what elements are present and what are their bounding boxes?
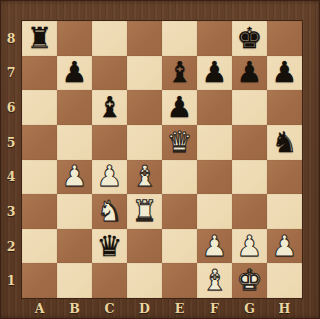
file-label-a: A [22, 298, 57, 319]
rank-label-7: 7 [0, 56, 22, 91]
rank-label-3: 3 [0, 194, 22, 229]
file-label-g: G [232, 298, 267, 319]
piece-white-pawn-b4: ♟ [57, 160, 92, 195]
piece-white-knight-c3: ♞ [92, 194, 127, 229]
square-d4: ♝ [127, 160, 162, 195]
piece-white-rook-d3: ♜ [127, 194, 162, 229]
file-label-f: F [197, 298, 232, 319]
square-a5 [22, 125, 57, 160]
square-f8 [197, 21, 232, 56]
square-a4 [22, 160, 57, 195]
piece-white-pawn-g2: ♟ [232, 229, 267, 264]
piece-white-bishop-d4: ♝ [127, 160, 162, 195]
square-e3 [162, 194, 197, 229]
square-c8 [92, 21, 127, 56]
square-c1 [92, 263, 127, 298]
square-c2: ♛ [92, 229, 127, 264]
square-d6 [127, 90, 162, 125]
chess-board-diagram: 87654321 ABCDEFGH ♜♚♟♝♟♟♟♝♟♛♞♟♟♝♞♜♛♟♟♟♝♚ [0, 0, 320, 319]
square-e7: ♝ [162, 56, 197, 91]
square-a1 [22, 263, 57, 298]
piece-black-pawn-e6: ♟ [162, 90, 197, 125]
piece-white-bishop-f1: ♝ [197, 263, 232, 298]
square-e1 [162, 263, 197, 298]
square-d1 [127, 263, 162, 298]
square-f1: ♝ [197, 263, 232, 298]
square-g4 [232, 160, 267, 195]
square-b4: ♟ [57, 160, 92, 195]
square-h2: ♟ [267, 229, 302, 264]
square-e5: ♛ [162, 125, 197, 160]
square-b6 [57, 90, 92, 125]
square-g5 [232, 125, 267, 160]
square-e8 [162, 21, 197, 56]
square-h7: ♟ [267, 56, 302, 91]
piece-black-bishop-c6: ♝ [92, 90, 127, 125]
file-label-h: H [267, 298, 302, 319]
square-d8 [127, 21, 162, 56]
piece-black-queen-c2: ♛ [92, 229, 127, 264]
rank-label-4: 4 [0, 160, 22, 195]
square-f3 [197, 194, 232, 229]
board-grid: ♜♚♟♝♟♟♟♝♟♛♞♟♟♝♞♜♛♟♟♟♝♚ [22, 21, 302, 298]
piece-black-king-g8: ♚ [232, 21, 267, 56]
square-b1 [57, 263, 92, 298]
square-d7 [127, 56, 162, 91]
square-f2: ♟ [197, 229, 232, 264]
square-a7 [22, 56, 57, 91]
file-label-e: E [162, 298, 197, 319]
piece-white-queen-e5: ♛ [162, 125, 197, 160]
piece-white-king-g1: ♚ [232, 263, 267, 298]
square-c7 [92, 56, 127, 91]
piece-black-knight-h5: ♞ [267, 125, 302, 160]
square-a3 [22, 194, 57, 229]
rank-label-2: 2 [0, 229, 22, 264]
file-label-b: B [57, 298, 92, 319]
file-label-c: C [92, 298, 127, 319]
square-g3 [232, 194, 267, 229]
square-c4: ♟ [92, 160, 127, 195]
piece-black-bishop-e7: ♝ [162, 56, 197, 91]
square-g2: ♟ [232, 229, 267, 264]
rank-label-6: 6 [0, 90, 22, 125]
square-d5 [127, 125, 162, 160]
square-b7: ♟ [57, 56, 92, 91]
piece-black-pawn-f7: ♟ [197, 56, 232, 91]
square-e4 [162, 160, 197, 195]
square-c3: ♞ [92, 194, 127, 229]
square-h4 [267, 160, 302, 195]
square-g7: ♟ [232, 56, 267, 91]
file-label-d: D [127, 298, 162, 319]
square-h3 [267, 194, 302, 229]
rank-label-8: 8 [0, 21, 22, 56]
rank-label-5: 5 [0, 125, 22, 160]
square-e6: ♟ [162, 90, 197, 125]
piece-black-pawn-b7: ♟ [57, 56, 92, 91]
square-f7: ♟ [197, 56, 232, 91]
square-g1: ♚ [232, 263, 267, 298]
square-a8: ♜ [22, 21, 57, 56]
file-labels: ABCDEFGH [22, 298, 302, 319]
square-f5 [197, 125, 232, 160]
square-d3: ♜ [127, 194, 162, 229]
square-g8: ♚ [232, 21, 267, 56]
piece-black-pawn-h7: ♟ [267, 56, 302, 91]
rank-labels: 87654321 [0, 21, 22, 298]
piece-black-pawn-g7: ♟ [232, 56, 267, 91]
square-c6: ♝ [92, 90, 127, 125]
square-b2 [57, 229, 92, 264]
square-c5 [92, 125, 127, 160]
square-h6 [267, 90, 302, 125]
piece-white-pawn-f2: ♟ [197, 229, 232, 264]
square-b5 [57, 125, 92, 160]
piece-white-pawn-c4: ♟ [92, 160, 127, 195]
square-h8 [267, 21, 302, 56]
square-h5: ♞ [267, 125, 302, 160]
square-a2 [22, 229, 57, 264]
square-f4 [197, 160, 232, 195]
rank-label-1: 1 [0, 263, 22, 298]
piece-black-rook-a8: ♜ [22, 21, 57, 56]
square-d2 [127, 229, 162, 264]
square-b3 [57, 194, 92, 229]
square-e2 [162, 229, 197, 264]
square-a6 [22, 90, 57, 125]
square-h1 [267, 263, 302, 298]
piece-white-pawn-h2: ♟ [267, 229, 302, 264]
square-g6 [232, 90, 267, 125]
square-b8 [57, 21, 92, 56]
square-f6 [197, 90, 232, 125]
